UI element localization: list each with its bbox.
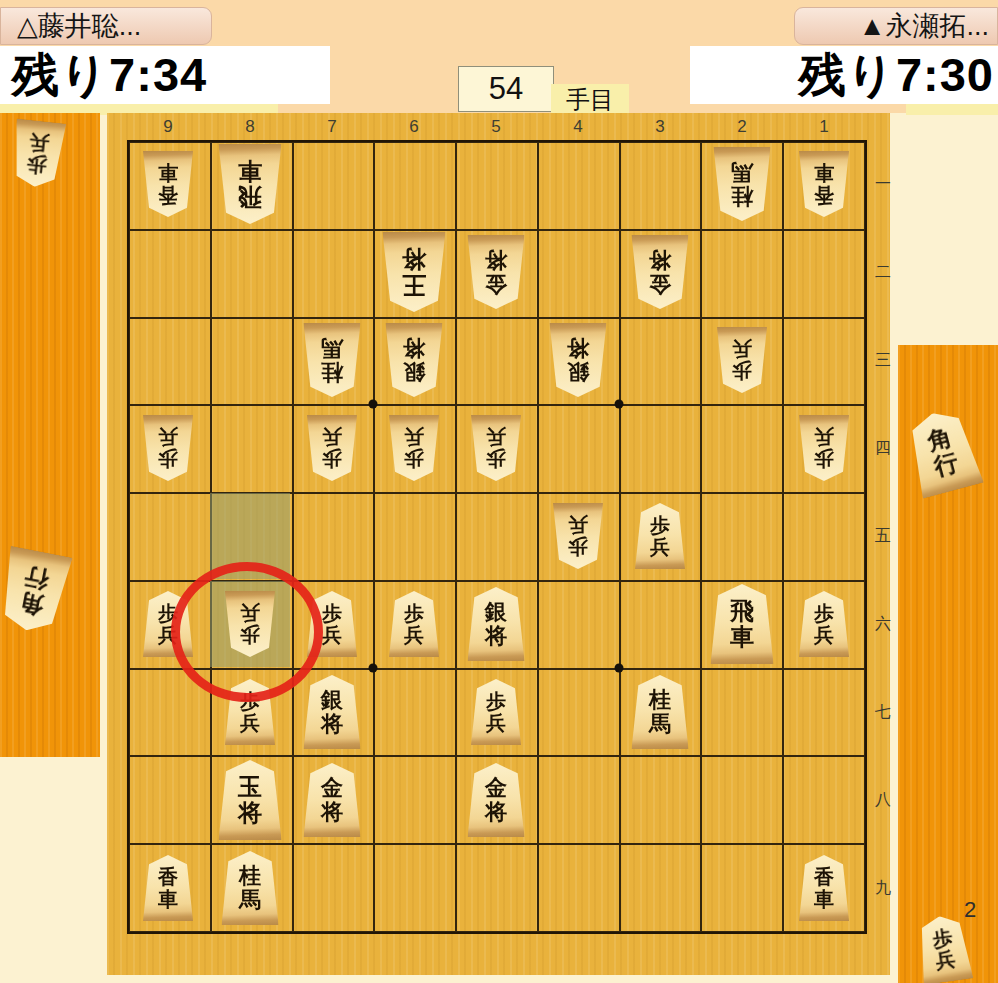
square-5一[interactable] [456, 142, 538, 230]
gote-player-name: △藤井聡... [17, 8, 141, 44]
square-6五[interactable] [374, 493, 456, 581]
piece-gote-lance[interactable]: 香車 [799, 151, 849, 217]
square-5五[interactable] [456, 493, 538, 581]
piece-kanji: 兵 [732, 339, 752, 359]
rank-label-7: 七 [871, 668, 895, 756]
rank-label-1: 一 [871, 140, 895, 228]
piece-kanji: 車 [814, 163, 834, 183]
gote-clock: 残り7:34 [0, 46, 330, 104]
piece-kanji: 香 [814, 185, 834, 205]
piece-sente-gold[interactable]: 金将 [304, 763, 361, 837]
rank-label-3: 三 [871, 316, 895, 404]
last-move-circle [171, 562, 323, 702]
square-7一[interactable] [293, 142, 375, 230]
piece-kanji: 兵 [486, 427, 506, 447]
piece-kanji: 将 [567, 337, 589, 359]
piece-sente-pawn[interactable]: 歩兵 [635, 503, 685, 569]
piece-kanji: 将 [403, 337, 425, 359]
square-5三[interactable] [456, 318, 538, 406]
piece-gote-lance[interactable]: 香車 [143, 151, 193, 217]
sente-clock-text: 残り7:30 [799, 44, 994, 107]
piece-sente-silver[interactable]: 銀将 [304, 675, 361, 749]
piece-gote-pawn[interactable]: 歩兵 [389, 415, 439, 481]
square-4七[interactable] [538, 669, 620, 757]
move-counter-value: 54 [489, 71, 523, 107]
piece-kanji: 歩 [814, 449, 834, 469]
piece-gote-pawn[interactable]: 歩兵 [553, 503, 603, 569]
rank-label-9: 九 [871, 844, 895, 932]
star-point [615, 664, 624, 673]
rank-label-8: 八 [871, 756, 895, 844]
square-3四[interactable] [620, 405, 702, 493]
piece-sente-pawn[interactable]: 歩兵 [799, 591, 849, 657]
piece-kanji: 歩 [404, 449, 424, 469]
piece-sente-knight[interactable]: 桂馬 [222, 851, 279, 925]
file-label-5: 5 [455, 117, 537, 137]
square-4一[interactable] [538, 142, 620, 230]
piece-kanji: 歩 [322, 449, 342, 469]
gote-player-tab[interactable]: △藤井聡... [0, 7, 212, 45]
square-9八[interactable] [129, 756, 211, 844]
piece-kanji: 馬 [731, 161, 753, 183]
square-6九[interactable] [374, 844, 456, 932]
piece-kanji: 将 [321, 801, 343, 823]
piece-sente-pawn[interactable]: 歩兵 [389, 591, 439, 657]
piece-gote-pawn[interactable]: 歩兵 [717, 327, 767, 393]
rank-label-2: 二 [871, 228, 895, 316]
move-counter-box: 54 [458, 66, 554, 112]
piece-gote-pawn[interactable]: 歩兵 [143, 415, 193, 481]
piece-kanji: 行 [932, 450, 961, 479]
piece-kanji: 兵 [240, 713, 260, 733]
piece-gote-gold[interactable]: 金将 [468, 235, 525, 309]
piece-gote-pawn[interactable]: 歩兵 [307, 415, 357, 481]
piece-kanji: 兵 [404, 427, 424, 447]
square-6七[interactable] [374, 669, 456, 757]
square-2七[interactable] [701, 669, 783, 757]
square-2二[interactable] [701, 230, 783, 318]
square-3六[interactable] [620, 581, 702, 669]
piece-kanji: 将 [649, 249, 671, 271]
square-4九[interactable] [538, 844, 620, 932]
hand-count-sente-pawn: 2 [964, 897, 976, 923]
piece-gote-knight[interactable]: 桂馬 [714, 147, 771, 221]
square-9五[interactable] [129, 493, 211, 581]
square-1七[interactable] [783, 669, 865, 757]
piece-gote-silver[interactable]: 銀将 [550, 323, 607, 397]
square-9二[interactable] [129, 230, 211, 318]
rank-label-5: 五 [871, 492, 895, 580]
square-8四[interactable] [211, 405, 293, 493]
piece-kanji: 車 [158, 163, 178, 183]
piece-kanji: 金 [485, 777, 507, 799]
square-3三[interactable] [620, 318, 702, 406]
piece-gote-pawn[interactable]: 歩兵 [471, 415, 521, 481]
square-4六[interactable] [538, 581, 620, 669]
square-3一[interactable] [620, 142, 702, 230]
piece-kanji: 車 [238, 159, 262, 183]
piece-kanji: 馬 [321, 337, 343, 359]
square-1八[interactable] [783, 756, 865, 844]
piece-kanji: 将 [238, 801, 262, 825]
piece-gote-gold[interactable]: 金将 [632, 235, 689, 309]
piece-gote-knight[interactable]: 桂馬 [304, 323, 361, 397]
square-2八[interactable] [701, 756, 783, 844]
square-6八[interactable] [374, 756, 456, 844]
piece-kanji: 桂 [649, 689, 671, 711]
rank-label-4: 四 [871, 404, 895, 492]
piece-kanji: 将 [485, 249, 507, 271]
square-8三[interactable] [211, 318, 293, 406]
piece-kanji: 金 [485, 273, 507, 295]
file-label-8: 8 [209, 117, 291, 137]
square-3八[interactable] [620, 756, 702, 844]
piece-kanji: 香 [158, 185, 178, 205]
square-2四[interactable] [701, 405, 783, 493]
piece-kanji: 王 [402, 273, 426, 297]
piece-kanji: 兵 [322, 427, 342, 447]
piece-kanji: 歩 [650, 515, 670, 535]
file-label-6: 6 [373, 117, 455, 137]
piece-kanji: 馬 [239, 889, 261, 911]
sente-clock-underline [906, 104, 998, 115]
piece-kanji: 車 [158, 889, 178, 909]
square-9三[interactable] [129, 318, 211, 406]
shogi-app: △藤井聡... ▲永瀬拓... 残り7:34 残り7:30 54 手目 9876… [0, 0, 998, 983]
file-label-3: 3 [619, 117, 701, 137]
piece-kanji: 歩 [404, 603, 424, 623]
square-8二[interactable] [211, 230, 293, 318]
star-point [615, 400, 624, 409]
square-4四[interactable] [538, 405, 620, 493]
sente-player-tab[interactable]: ▲永瀬拓... [794, 7, 998, 45]
piece-kanji: 桂 [731, 185, 753, 207]
piece-gote-silver[interactable]: 銀将 [386, 323, 443, 397]
star-point [369, 400, 378, 409]
rank-label-6: 六 [871, 580, 895, 668]
piece-kanji: 銀 [567, 361, 589, 383]
piece-kanji: 将 [402, 247, 426, 271]
gote-hand-stand [0, 113, 100, 757]
piece-sente-pawn[interactable]: 歩兵 [471, 679, 521, 745]
piece-kanji: 桂 [239, 865, 261, 887]
piece-kanji: 兵 [322, 625, 342, 645]
piece-kanji: 兵 [486, 713, 506, 733]
piece-sente-lance[interactable]: 香車 [799, 855, 849, 921]
piece-kanji: 銀 [485, 601, 507, 623]
piece-kanji: 兵 [650, 537, 670, 557]
piece-kanji: 将 [321, 713, 343, 735]
piece-kanji: 桂 [321, 361, 343, 383]
square-1五[interactable] [783, 493, 865, 581]
piece-kanji: 兵 [404, 625, 424, 645]
piece-kanji: 角 [17, 590, 45, 618]
piece-kanji: 飛 [238, 185, 262, 209]
piece-kanji: 金 [649, 273, 671, 295]
piece-sente-king[interactable]: 玉将 [219, 760, 282, 840]
square-2九[interactable] [701, 844, 783, 932]
sente-player-name: ▲永瀬拓... [859, 8, 989, 44]
gote-clock-text: 残り7:34 [12, 44, 207, 107]
square-4二[interactable] [538, 230, 620, 318]
piece-kanji: 香 [158, 867, 178, 887]
piece-kanji: 飛 [730, 599, 754, 623]
piece-sente-lance[interactable]: 香車 [143, 855, 193, 921]
piece-kanji: 歩 [732, 361, 752, 381]
square-3九[interactable] [620, 844, 702, 932]
file-label-9: 9 [127, 117, 209, 137]
move-counter-label: 手目 [566, 84, 614, 116]
piece-kanji: 銀 [321, 689, 343, 711]
file-label-1: 1 [783, 117, 865, 137]
piece-kanji: 歩 [931, 927, 954, 950]
piece-kanji: 兵 [158, 427, 178, 447]
piece-gote-pawn[interactable]: 歩兵 [799, 415, 849, 481]
piece-sente-rook[interactable]: 飛車 [711, 584, 774, 664]
piece-kanji: 銀 [403, 361, 425, 383]
square-6一[interactable] [374, 142, 456, 230]
piece-gote-king[interactable]: 王将 [383, 232, 446, 312]
piece-kanji: 車 [730, 625, 754, 649]
piece-kanji: 歩 [486, 449, 506, 469]
piece-kanji: 兵 [934, 949, 957, 972]
piece-sente-silver[interactable]: 銀将 [468, 587, 525, 661]
square-7二[interactable] [293, 230, 375, 318]
piece-kanji: 歩 [814, 603, 834, 623]
piece-kanji: 将 [485, 801, 507, 823]
piece-kanji: 兵 [28, 132, 50, 154]
piece-kanji: 玉 [238, 775, 262, 799]
square-2五[interactable] [701, 493, 783, 581]
piece-kanji: 歩 [158, 449, 178, 469]
piece-sente-knight[interactable]: 桂馬 [632, 675, 689, 749]
piece-kanji: 馬 [649, 713, 671, 735]
piece-kanji: 行 [22, 564, 50, 592]
piece-kanji: 香 [814, 867, 834, 887]
file-label-4: 4 [537, 117, 619, 137]
sente-clock: 残り7:30 [690, 46, 998, 104]
piece-kanji: 歩 [26, 154, 48, 176]
square-1三[interactable] [783, 318, 865, 406]
square-4八[interactable] [538, 756, 620, 844]
piece-sente-gold[interactable]: 金将 [468, 763, 525, 837]
piece-kanji: 歩 [486, 691, 506, 711]
piece-kanji: 車 [814, 889, 834, 909]
file-label-7: 7 [291, 117, 373, 137]
piece-kanji: 歩 [568, 537, 588, 557]
square-1二[interactable] [783, 230, 865, 318]
piece-kanji: 将 [485, 625, 507, 647]
move-counter-label-strip: 手目 [551, 84, 629, 115]
square-7九[interactable] [293, 844, 375, 932]
square-7五[interactable] [293, 493, 375, 581]
star-point [369, 664, 378, 673]
file-label-2: 2 [701, 117, 783, 137]
piece-gote-rook[interactable]: 飛車 [219, 144, 282, 224]
piece-kanji: 兵 [814, 427, 834, 447]
piece-kanji: 歩 [322, 603, 342, 623]
piece-kanji: 金 [321, 777, 343, 799]
piece-kanji: 兵 [568, 515, 588, 535]
piece-kanji: 兵 [814, 625, 834, 645]
square-5九[interactable] [456, 844, 538, 932]
